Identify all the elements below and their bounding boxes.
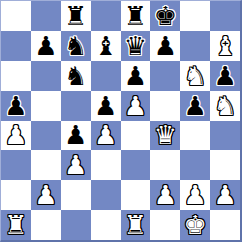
square-f3[interactable] [150, 150, 180, 180]
square-a4[interactable]: ♟ [1, 121, 31, 151]
square-d3[interactable] [91, 150, 121, 180]
white-knight-g6[interactable]: ♞ [184, 63, 207, 89]
white-pawn-g2[interactable]: ♟ [184, 182, 207, 208]
square-f1[interactable] [150, 210, 180, 240]
square-c4[interactable]: ♟ [61, 121, 91, 151]
square-a7[interactable] [1, 31, 31, 61]
square-c7[interactable]: ♞ [61, 31, 91, 61]
black-pawn-f7[interactable]: ♟ [154, 33, 177, 59]
white-pawn-a4[interactable]: ♟ [4, 122, 27, 148]
square-c1[interactable] [61, 210, 91, 240]
square-b4[interactable] [31, 121, 61, 151]
white-pawn-h2[interactable]: ♟ [213, 182, 236, 208]
white-rook-a1[interactable]: ♜ [4, 212, 27, 238]
white-knight-h5[interactable]: ♞ [213, 93, 236, 119]
square-h7[interactable]: ♝ [210, 31, 240, 61]
square-b3[interactable] [31, 150, 61, 180]
white-pawn-e5[interactable]: ♟ [124, 93, 147, 119]
square-b2[interactable]: ♟ [31, 180, 61, 210]
square-f5[interactable] [150, 91, 180, 121]
chess-board: ♜♜♚♟♞♝♛♟♝♞♟♞♟♟♟♟♟♞♟♟♟♛♟♟♟♟♟♜♜♚ [0, 0, 242, 242]
white-pawn-b2[interactable]: ♟ [34, 182, 57, 208]
white-pawn-d4[interactable]: ♟ [94, 122, 117, 148]
square-f7[interactable]: ♟ [150, 31, 180, 61]
square-h2[interactable]: ♟ [210, 180, 240, 210]
square-e2[interactable] [121, 180, 151, 210]
square-e7[interactable]: ♛ [121, 31, 151, 61]
square-g8[interactable] [180, 1, 210, 31]
square-e1[interactable]: ♜ [121, 210, 151, 240]
white-king-g1[interactable]: ♚ [184, 212, 207, 238]
square-h3[interactable] [210, 150, 240, 180]
black-king-f8[interactable]: ♚ [154, 3, 177, 29]
black-queen-e7[interactable]: ♛ [124, 33, 147, 59]
black-pawn-g5[interactable]: ♟ [184, 93, 207, 119]
square-c5[interactable] [61, 91, 91, 121]
square-f2[interactable]: ♟ [150, 180, 180, 210]
square-a8[interactable] [1, 1, 31, 31]
black-bishop-d7[interactable]: ♝ [94, 33, 117, 59]
square-e8[interactable]: ♜ [121, 1, 151, 31]
square-d4[interactable]: ♟ [91, 121, 121, 151]
square-h4[interactable] [210, 121, 240, 151]
square-g2[interactable]: ♟ [180, 180, 210, 210]
black-knight-c7[interactable]: ♞ [64, 33, 87, 59]
square-c8[interactable]: ♜ [61, 1, 91, 31]
square-h1[interactable] [210, 210, 240, 240]
white-pawn-f2[interactable]: ♟ [154, 182, 177, 208]
square-a1[interactable]: ♜ [1, 210, 31, 240]
square-g4[interactable] [180, 121, 210, 151]
square-a3[interactable] [1, 150, 31, 180]
square-g3[interactable] [180, 150, 210, 180]
square-b7[interactable]: ♟ [31, 31, 61, 61]
square-e4[interactable] [121, 121, 151, 151]
square-c2[interactable] [61, 180, 91, 210]
square-g5[interactable]: ♟ [180, 91, 210, 121]
black-rook-e8[interactable]: ♜ [124, 3, 147, 29]
white-pawn-c3[interactable]: ♟ [64, 152, 87, 178]
square-a6[interactable] [1, 61, 31, 91]
black-knight-c6[interactable]: ♞ [64, 63, 87, 89]
square-b1[interactable] [31, 210, 61, 240]
square-d7[interactable]: ♝ [91, 31, 121, 61]
square-e3[interactable] [121, 150, 151, 180]
square-g1[interactable]: ♚ [180, 210, 210, 240]
square-d2[interactable] [91, 180, 121, 210]
white-bishop-h7[interactable]: ♝ [213, 33, 236, 59]
white-queen-f4[interactable]: ♛ [154, 122, 177, 148]
square-b5[interactable] [31, 91, 61, 121]
square-g6[interactable]: ♞ [180, 61, 210, 91]
square-e5[interactable]: ♟ [121, 91, 151, 121]
square-d8[interactable] [91, 1, 121, 31]
square-h6[interactable]: ♟ [210, 61, 240, 91]
black-rook-c8[interactable]: ♜ [64, 3, 87, 29]
black-pawn-b7[interactable]: ♟ [34, 33, 57, 59]
square-h8[interactable] [210, 1, 240, 31]
black-pawn-c4[interactable]: ♟ [64, 122, 87, 148]
square-b6[interactable] [31, 61, 61, 91]
square-c3[interactable]: ♟ [61, 150, 91, 180]
square-e6[interactable]: ♟ [121, 61, 151, 91]
square-f6[interactable] [150, 61, 180, 91]
square-a5[interactable]: ♟ [1, 91, 31, 121]
square-f8[interactable]: ♚ [150, 1, 180, 31]
square-d5[interactable]: ♟ [91, 91, 121, 121]
black-pawn-d5[interactable]: ♟ [94, 93, 117, 119]
square-f4[interactable]: ♛ [150, 121, 180, 151]
black-pawn-a5[interactable]: ♟ [4, 93, 27, 119]
square-c6[interactable]: ♞ [61, 61, 91, 91]
square-b8[interactable] [31, 1, 61, 31]
square-d1[interactable] [91, 210, 121, 240]
black-pawn-h6[interactable]: ♟ [213, 63, 236, 89]
white-rook-e1[interactable]: ♜ [124, 212, 147, 238]
square-g7[interactable] [180, 31, 210, 61]
black-pawn-e6[interactable]: ♟ [124, 63, 147, 89]
square-d6[interactable] [91, 61, 121, 91]
square-h5[interactable]: ♞ [210, 91, 240, 121]
square-a2[interactable] [1, 180, 31, 210]
